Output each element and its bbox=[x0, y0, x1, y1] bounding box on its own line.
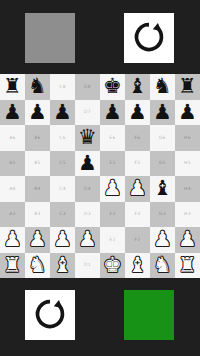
square-g5[interactable]: G5 bbox=[150, 151, 175, 177]
black-rook[interactable]: ♜ bbox=[178, 76, 197, 97]
square-f8[interactable]: ♝ bbox=[125, 74, 150, 100]
square-c7[interactable]: ♟ bbox=[50, 100, 75, 126]
square-b2[interactable]: ♟ bbox=[25, 227, 50, 253]
square-coordinate-label: H6 bbox=[184, 136, 191, 141]
white-knight[interactable]: ♞ bbox=[153, 255, 172, 276]
square-a2[interactable]: ♟ bbox=[0, 227, 25, 253]
square-c3[interactable]: C3 bbox=[50, 202, 75, 228]
square-coordinate-label: A4 bbox=[9, 187, 16, 192]
square-h1[interactable]: ♜ bbox=[175, 253, 200, 279]
square-a4[interactable]: A4 bbox=[0, 176, 25, 202]
gray-swatch-button[interactable] bbox=[25, 13, 75, 63]
square-a3[interactable]: A3 bbox=[0, 202, 25, 228]
white-pawn[interactable]: ♟ bbox=[178, 229, 197, 250]
square-h3[interactable]: H3 bbox=[175, 202, 200, 228]
black-bishop[interactable]: ♝ bbox=[128, 76, 147, 97]
square-coordinate-label: C4 bbox=[59, 187, 66, 192]
square-d1[interactable]: D1 bbox=[75, 253, 100, 279]
square-f3[interactable]: F3 bbox=[125, 202, 150, 228]
square-b7[interactable]: ♟ bbox=[25, 100, 50, 126]
white-rook[interactable]: ♜ bbox=[3, 255, 22, 276]
square-c1[interactable]: ♝ bbox=[50, 253, 75, 279]
square-a8[interactable]: ♜ bbox=[0, 74, 25, 100]
square-f1[interactable]: ♝ bbox=[125, 253, 150, 279]
square-b1[interactable]: ♞ bbox=[25, 253, 50, 279]
square-coordinate-label: C5 bbox=[59, 161, 66, 166]
square-coordinate-label: B4 bbox=[34, 187, 41, 192]
white-king[interactable]: ♚ bbox=[103, 255, 122, 276]
square-c8[interactable]: C8 bbox=[50, 74, 75, 100]
black-pawn[interactable]: ♟ bbox=[28, 102, 47, 123]
square-h5[interactable]: H5 bbox=[175, 151, 200, 177]
square-b8[interactable]: ♞ bbox=[25, 74, 50, 100]
square-coordinate-label: E3 bbox=[109, 212, 115, 217]
square-c5[interactable]: C5 bbox=[50, 151, 75, 177]
square-h4[interactable]: H4 bbox=[175, 176, 200, 202]
square-g6[interactable]: G6 bbox=[150, 125, 175, 151]
square-h6[interactable]: H6 bbox=[175, 125, 200, 151]
square-g2[interactable]: ♟ bbox=[150, 227, 175, 253]
square-a5[interactable]: A5 bbox=[0, 151, 25, 177]
white-pawn[interactable]: ♟ bbox=[28, 229, 47, 250]
square-f5[interactable]: F5 bbox=[125, 151, 150, 177]
black-pawn[interactable]: ♟ bbox=[3, 102, 22, 123]
square-b3[interactable]: B3 bbox=[25, 202, 50, 228]
square-coordinate-label: B6 bbox=[34, 136, 41, 141]
square-coordinate-label: B5 bbox=[34, 161, 41, 166]
square-coordinate-label: C6 bbox=[59, 136, 66, 141]
square-f6[interactable]: F6 bbox=[125, 125, 150, 151]
square-coordinate-label: H5 bbox=[184, 161, 191, 166]
square-d5[interactable]: ♟ bbox=[75, 151, 100, 177]
square-c2[interactable]: ♟ bbox=[50, 227, 75, 253]
square-coordinate-label: D7 bbox=[84, 110, 91, 115]
square-coordinate-label: F3 bbox=[134, 212, 140, 217]
square-d2[interactable]: ♟ bbox=[75, 227, 100, 253]
square-g4[interactable]: ♝ bbox=[150, 176, 175, 202]
white-bishop[interactable]: ♝ bbox=[53, 255, 72, 276]
square-d3[interactable]: D3 bbox=[75, 202, 100, 228]
square-h8[interactable]: ♜ bbox=[175, 74, 200, 100]
square-g3[interactable]: G3 bbox=[150, 202, 175, 228]
square-coordinate-label: E6 bbox=[109, 136, 115, 141]
white-pawn[interactable]: ♟ bbox=[153, 229, 172, 250]
square-e2[interactable]: E2 bbox=[100, 227, 125, 253]
square-coordinate-label: H4 bbox=[184, 187, 191, 192]
square-f2[interactable]: F2 bbox=[125, 227, 150, 253]
white-pawn[interactable]: ♟ bbox=[103, 178, 122, 199]
square-coordinate-label: G3 bbox=[159, 212, 166, 217]
square-coordinate-label: B3 bbox=[34, 212, 41, 217]
square-g8[interactable]: ♞ bbox=[150, 74, 175, 100]
rotate-clockwise-icon bbox=[33, 297, 67, 334]
square-e6[interactable]: E6 bbox=[100, 125, 125, 151]
square-c4[interactable]: C4 bbox=[50, 176, 75, 202]
square-g7[interactable]: ♟ bbox=[150, 100, 175, 126]
square-g1[interactable]: ♞ bbox=[150, 253, 175, 279]
square-coordinate-label: H3 bbox=[184, 212, 191, 217]
square-coordinate-label: E2 bbox=[109, 238, 115, 243]
rotate-clockwise-icon bbox=[132, 20, 166, 57]
square-coordinate-label: D8 bbox=[84, 85, 91, 90]
square-coordinate-label: F5 bbox=[134, 161, 140, 166]
square-d4[interactable]: D4 bbox=[75, 176, 100, 202]
white-bishop[interactable]: ♝ bbox=[128, 255, 147, 276]
black-knight[interactable]: ♞ bbox=[28, 76, 47, 97]
white-rook[interactable]: ♜ bbox=[178, 255, 197, 276]
square-coordinate-label: G5 bbox=[159, 161, 166, 166]
rotate-button-top[interactable] bbox=[124, 13, 174, 63]
black-pawn[interactable]: ♟ bbox=[53, 102, 72, 123]
chess-board: ♜♞C8D8♚♝♞♜♟♟♟D7♟♟♟♟A6B6C6♛E6F6G6H6A5B5C5… bbox=[0, 74, 200, 278]
white-pawn[interactable]: ♟ bbox=[78, 229, 97, 250]
white-pawn[interactable]: ♟ bbox=[128, 178, 147, 199]
black-pawn[interactable]: ♟ bbox=[178, 102, 197, 123]
black-pawn[interactable]: ♟ bbox=[153, 102, 172, 123]
square-e8[interactable]: ♚ bbox=[100, 74, 125, 100]
white-knight[interactable]: ♞ bbox=[28, 255, 47, 276]
square-coordinate-label: A6 bbox=[9, 136, 16, 141]
square-coordinate-label: D4 bbox=[84, 187, 91, 192]
black-pawn[interactable]: ♟ bbox=[128, 102, 147, 123]
square-coordinate-label: E5 bbox=[109, 161, 115, 166]
green-swatch-button[interactable] bbox=[124, 290, 174, 340]
square-h2[interactable]: ♟ bbox=[175, 227, 200, 253]
black-queen[interactable]: ♛ bbox=[78, 127, 97, 148]
square-d7[interactable]: D7 bbox=[75, 100, 100, 126]
square-a6[interactable]: A6 bbox=[0, 125, 25, 151]
square-e5[interactable]: E5 bbox=[100, 151, 125, 177]
square-a7[interactable]: ♟ bbox=[0, 100, 25, 126]
black-knight[interactable]: ♞ bbox=[153, 76, 172, 97]
black-pawn[interactable]: ♟ bbox=[78, 153, 97, 174]
black-rook[interactable]: ♜ bbox=[3, 76, 22, 97]
square-coordinate-label: A3 bbox=[9, 212, 16, 217]
square-d8[interactable]: D8 bbox=[75, 74, 100, 100]
square-coordinate-label: C3 bbox=[59, 212, 66, 217]
square-f7[interactable]: ♟ bbox=[125, 100, 150, 126]
white-pawn[interactable]: ♟ bbox=[3, 229, 22, 250]
white-pawn[interactable]: ♟ bbox=[53, 229, 72, 250]
square-b5[interactable]: B5 bbox=[25, 151, 50, 177]
rotate-button-bottom[interactable] bbox=[25, 290, 75, 340]
square-e1[interactable]: ♚ bbox=[100, 253, 125, 279]
black-pawn[interactable]: ♟ bbox=[103, 102, 122, 123]
square-coordinate-label: G6 bbox=[159, 136, 166, 141]
black-king[interactable]: ♚ bbox=[103, 76, 122, 97]
square-a1[interactable]: ♜ bbox=[0, 253, 25, 279]
square-coordinate-label: F6 bbox=[134, 136, 140, 141]
square-e4[interactable]: ♟ bbox=[100, 176, 125, 202]
square-e7[interactable]: ♟ bbox=[100, 100, 125, 126]
square-d6[interactable]: ♛ bbox=[75, 125, 100, 151]
square-b4[interactable]: B4 bbox=[25, 176, 50, 202]
square-h7[interactable]: ♟ bbox=[175, 100, 200, 126]
square-coordinate-label: D1 bbox=[84, 263, 91, 268]
square-coordinate-label: D3 bbox=[84, 212, 91, 217]
app-screen: ♜♞C8D8♚♝♞♜♟♟♟D7♟♟♟♟A6B6C6♛E6F6G6H6A5B5C5… bbox=[0, 0, 200, 356]
square-f4[interactable]: ♟ bbox=[125, 176, 150, 202]
black-bishop[interactable]: ♝ bbox=[153, 178, 172, 199]
square-coordinate-label: A5 bbox=[9, 161, 16, 166]
square-b6[interactable]: B6 bbox=[25, 125, 50, 151]
square-coordinate-label: F2 bbox=[134, 238, 140, 243]
square-e3[interactable]: E3 bbox=[100, 202, 125, 228]
square-coordinate-label: C8 bbox=[59, 85, 66, 90]
square-c6[interactable]: C6 bbox=[50, 125, 75, 151]
